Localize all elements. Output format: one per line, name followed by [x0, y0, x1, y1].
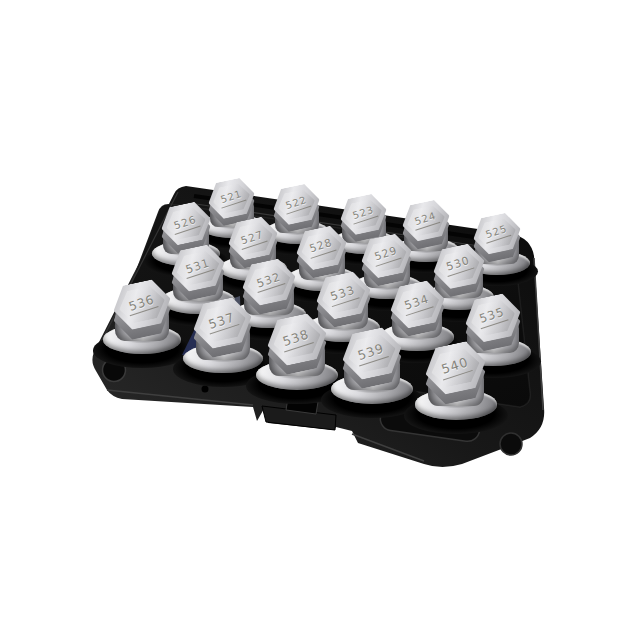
- socket-540: 540: [407, 341, 505, 429]
- socket-number: 524: [411, 211, 440, 232]
- socket-number: 528: [307, 237, 337, 259]
- socket-number: 527: [238, 227, 268, 248]
- socket-number: 533: [327, 284, 359, 307]
- socket-number: 536: [125, 293, 158, 317]
- socket-539: 539: [324, 326, 420, 413]
- socket-number: 523: [350, 204, 379, 224]
- socket-number: 532: [253, 271, 285, 293]
- socket-number: 526: [171, 212, 201, 233]
- socket-536: 536: [96, 279, 189, 363]
- socket-number: 522: [283, 194, 312, 214]
- socket-number: 539: [355, 341, 389, 365]
- sockets: 5215225235245255265275285295305315325335…: [0, 0, 640, 640]
- socket-number: 525: [482, 224, 511, 245]
- socket-number: 534: [401, 293, 433, 316]
- socket-number: 529: [372, 245, 402, 267]
- socket-number: 530: [444, 255, 475, 277]
- product-photo: 5215225235245255265275285295305315325335…: [0, 0, 640, 640]
- socket-number: 537: [206, 311, 240, 335]
- socket-number: 531: [182, 257, 214, 279]
- socket-number: 538: [280, 327, 314, 351]
- socket-number: 535: [477, 306, 510, 329]
- socket-number: 540: [439, 356, 474, 381]
